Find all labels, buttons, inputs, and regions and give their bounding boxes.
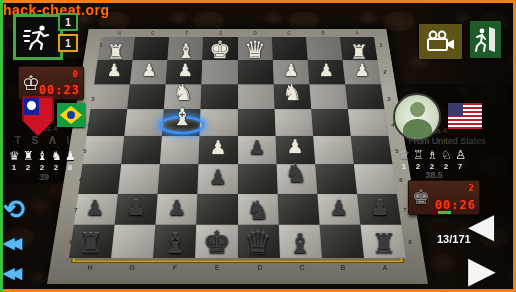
black-tray-count-0: 1	[399, 162, 409, 171]
black-clock-aux: 2	[469, 183, 474, 193]
piece-white-N-f3[interactable]: ♞	[173, 82, 193, 104]
white-tray-count-3: 2	[51, 163, 61, 172]
piece-black-N-c6[interactable]: ♞	[285, 161, 307, 186]
piece-black-P-h7[interactable]: ♟	[86, 198, 105, 219]
piece-black-R-h8[interactable]: ♜	[79, 230, 103, 257]
black-king-clock-icon: ♚	[412, 184, 430, 210]
black-tray-icon-2: ♗	[427, 149, 437, 161]
black-tray-count-2: 2	[427, 162, 437, 171]
app-window: HGFEDCBAHGFEDCBA1122334455667788 ♝♜♚♛♜♟♟…	[0, 0, 516, 292]
black-tray-icon-0: ♕	[399, 149, 409, 161]
white-tray-icon-4: ♟	[65, 150, 75, 162]
black-tray-count-4: 7	[455, 162, 465, 171]
turn-indicator-dash	[438, 211, 451, 214]
white-piece-counts: 12228	[9, 163, 75, 172]
black-player-avatar	[393, 93, 441, 141]
exercise-runner-button[interactable]	[13, 14, 63, 60]
piece-white-N-c3[interactable]: ♞	[282, 82, 302, 104]
exit-door-icon	[474, 25, 497, 54]
exit-game-button[interactable]	[470, 21, 501, 58]
black-tray-icon-4: ♙	[455, 149, 465, 161]
white-tray-icon-3: ♞	[51, 150, 61, 162]
badge-green-value: 1	[65, 17, 71, 28]
brazil-globe	[67, 111, 75, 119]
counter-badge-orange[interactable]: 1	[58, 34, 78, 52]
next-move-button[interactable]: ▶	[468, 252, 496, 288]
piece-black-P-g7[interactable]: ♟	[127, 198, 146, 219]
white-clock-aux: 0	[73, 69, 78, 79]
black-captured-tray-icons: ♕♖♗♘♙	[399, 149, 465, 161]
piece-black-P-b7[interactable]: ♟	[330, 198, 349, 219]
avatar-body	[403, 119, 432, 141]
piece-white-P-f2[interactable]: ♟	[177, 62, 192, 79]
piece-black-P-d5[interactable]: ♟	[248, 138, 265, 157]
piece-black-Q-d8[interactable]: ♛	[244, 228, 272, 259]
piece-white-P-g2[interactable]: ♟	[141, 62, 156, 79]
us-canton	[448, 103, 463, 116]
piece-white-P-c5[interactable]: ♟	[286, 137, 303, 156]
rewind-all-button[interactable]: ◀◀	[3, 264, 18, 282]
white-tray-count-2: 2	[37, 163, 47, 172]
us-flag	[448, 103, 482, 129]
white-tray-icon-1: ♜	[23, 150, 33, 162]
piece-white-Q-d1[interactable]: ♛	[244, 38, 266, 62]
black-piece-counts: 12227	[399, 162, 465, 171]
video-camera-icon	[425, 30, 457, 54]
piece-white-R-a1[interactable]: ♜	[350, 42, 368, 62]
piece-white-P-h2[interactable]: ♟	[106, 62, 121, 79]
avatar-head	[410, 102, 425, 117]
piece-black-K-e8[interactable]: ♚	[203, 227, 231, 258]
running-man-icon	[23, 23, 53, 51]
white-clock-time: 00:23	[39, 83, 80, 97]
piece-black-N-d7[interactable]: ♞	[246, 197, 269, 223]
white-tray-count-4: 8	[65, 163, 75, 172]
black-tray-icon-1: ♖	[413, 149, 423, 161]
white-clock: ♔ 0 00:23	[18, 66, 84, 100]
piece-white-P-e5[interactable]: ♟	[209, 138, 226, 157]
white-king-clock-icon: ♔	[22, 70, 40, 96]
previous-move-button[interactable]: ◀	[468, 208, 494, 242]
brazil-flag	[57, 103, 85, 127]
rewind-button[interactable]: ◀◀	[3, 234, 18, 252]
white-tray-icon-2: ♝	[37, 150, 47, 162]
piece-white-B-f4[interactable]: ♝	[172, 106, 193, 129]
piece-white-B-f1[interactable]: ♝	[177, 41, 195, 61]
taiwan-sun	[27, 101, 36, 110]
piece-white-P-a2[interactable]: ♟	[354, 62, 369, 79]
piece-black-B-f8[interactable]: ♝	[163, 230, 187, 257]
black-tray-count-3: 2	[441, 162, 451, 171]
piece-black-P-e6[interactable]: ♟	[209, 167, 227, 187]
white-captured-tray-icons: ♛♜♝♞♟	[9, 150, 75, 162]
white-tray-icon-0: ♛	[9, 150, 19, 162]
badge-orange-value: 1	[65, 38, 71, 49]
piece-black-R-a8[interactable]: ♜	[372, 230, 396, 257]
piece-white-P-c2[interactable]: ♟	[283, 62, 298, 79]
piece-black-B-c8[interactable]: ♝	[288, 230, 312, 257]
counter-badge-green[interactable]: 1	[58, 13, 78, 31]
white-tray-count-0: 1	[9, 163, 19, 172]
piece-black-P-a7[interactable]: ♟	[371, 198, 390, 219]
piece-white-R-h1[interactable]: ♜	[107, 42, 125, 62]
black-tray-icon-3: ♘	[441, 149, 451, 161]
black-tray-count-1: 2	[413, 162, 423, 171]
white-tray-count-1: 2	[23, 163, 33, 172]
piece-white-P-b2[interactable]: ♟	[318, 62, 333, 79]
move-counter: 13/171	[437, 233, 471, 245]
undo-button[interactable]: ⟲	[3, 194, 25, 225]
piece-black-P-f7[interactable]: ♟	[168, 198, 187, 219]
piece-white-K-e1[interactable]: ♚	[209, 38, 231, 62]
record-video-button[interactable]	[419, 24, 462, 59]
